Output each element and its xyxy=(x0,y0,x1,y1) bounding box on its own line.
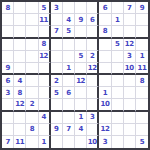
cell-r6c3[interactable] xyxy=(26,63,38,75)
cell-r10c3[interactable] xyxy=(26,112,38,124)
cell-r7c6[interactable] xyxy=(63,75,75,87)
cell-r1c2[interactable] xyxy=(14,2,26,14)
cell-r11c2[interactable] xyxy=(14,124,26,136)
cell-r5c5[interactable] xyxy=(51,51,63,63)
cell-r8c1[interactable]: 3 xyxy=(2,87,14,99)
cell-r11c8[interactable] xyxy=(87,124,99,136)
cell-r2c2[interactable] xyxy=(14,14,26,26)
cell-r3c3[interactable] xyxy=(26,26,38,38)
cell-r11c5[interactable]: 9 xyxy=(51,124,63,136)
cell-r10c11[interactable] xyxy=(124,112,136,124)
cell-r9c1[interactable] xyxy=(2,99,14,111)
cell-r4c3[interactable] xyxy=(26,39,38,51)
cell-r12c8[interactable]: 10 xyxy=(87,136,99,148)
cell-r1c9[interactable]: 6 xyxy=(99,2,111,14)
cell-r1c4[interactable]: 5 xyxy=(39,2,51,14)
cell-r12c4[interactable]: 1 xyxy=(39,136,51,148)
cell-r12c1[interactable]: 7 xyxy=(2,136,14,148)
cell-r3c12[interactable] xyxy=(136,26,148,38)
cell-r2c7[interactable]: 9 xyxy=(75,14,87,26)
cell-r10c10[interactable] xyxy=(112,112,124,124)
cell-r12c3[interactable] xyxy=(26,136,38,148)
cell-r8c4[interactable] xyxy=(39,87,51,99)
cell-r3c10[interactable] xyxy=(112,26,124,38)
cell-r5c6[interactable] xyxy=(63,51,75,63)
cell-r2c4[interactable]: 11 xyxy=(39,14,51,26)
cell-r11c4[interactable] xyxy=(39,124,51,136)
cell-r6c8[interactable]: 12 xyxy=(87,63,99,75)
cell-r3c2[interactable] xyxy=(14,26,26,38)
cell-r9c11[interactable] xyxy=(124,99,136,111)
cell-r5c4[interactable]: 12 xyxy=(39,51,51,63)
cell-r11c6[interactable]: 7 xyxy=(63,124,75,136)
cell-r8c7[interactable] xyxy=(75,87,87,99)
cell-r7c2[interactable]: 4 xyxy=(14,75,26,87)
cell-r5c8[interactable]: 2 xyxy=(87,51,99,63)
cell-r10c5[interactable] xyxy=(51,112,63,124)
cell-r4c2[interactable] xyxy=(14,39,26,51)
cell-r5c2[interactable] xyxy=(14,51,26,63)
cell-r6c2[interactable] xyxy=(14,63,26,75)
cell-r8c8[interactable] xyxy=(87,87,99,99)
cell-r9c12[interactable] xyxy=(136,99,148,111)
cell-r9c6[interactable] xyxy=(63,99,75,111)
cell-r3c6[interactable]: 5 xyxy=(63,26,75,38)
cell-r9c10[interactable] xyxy=(112,99,124,111)
cell-r4c7[interactable] xyxy=(75,39,87,51)
cell-r10c8[interactable]: 3 xyxy=(87,112,99,124)
cell-r2c10[interactable]: 1 xyxy=(112,14,124,26)
cell-r7c9[interactable] xyxy=(99,75,111,87)
cell-r5c1[interactable] xyxy=(2,51,14,63)
cell-r11c3[interactable]: 8 xyxy=(26,124,38,136)
cell-r1c1[interactable]: 8 xyxy=(2,2,14,14)
cell-r2c12[interactable] xyxy=(136,14,148,26)
cell-r12c9[interactable]: 3 xyxy=(99,136,111,148)
cell-r4c1[interactable] xyxy=(2,39,14,51)
cell-r2c11[interactable] xyxy=(124,14,136,26)
cell-r6c7[interactable] xyxy=(75,63,87,75)
cell-r2c8[interactable]: 6 xyxy=(87,14,99,26)
cell-r6c5[interactable] xyxy=(51,63,63,75)
cell-r9c4[interactable] xyxy=(39,99,51,111)
cell-r7c10[interactable] xyxy=(112,75,124,87)
cell-r1c7[interactable] xyxy=(75,2,87,14)
cell-r10c9[interactable] xyxy=(99,112,111,124)
cell-r7c1[interactable]: 6 xyxy=(2,75,14,87)
cell-r11c7[interactable]: 4 xyxy=(75,124,87,136)
cell-r4c12[interactable] xyxy=(136,39,148,51)
cell-r11c12[interactable] xyxy=(136,124,148,136)
cell-r11c1[interactable] xyxy=(2,124,14,136)
cell-r12c10[interactable] xyxy=(112,136,124,148)
cell-r1c8[interactable] xyxy=(87,2,99,14)
cell-r4c5[interactable] xyxy=(51,39,63,51)
cell-r10c6[interactable] xyxy=(63,112,75,124)
cell-r7c7[interactable]: 12 xyxy=(75,75,87,87)
cell-r1c11[interactable]: 7 xyxy=(124,2,136,14)
cell-r6c12[interactable]: 11 xyxy=(136,63,148,75)
cell-r2c1[interactable] xyxy=(2,14,14,26)
cell-r2c3[interactable] xyxy=(26,14,38,26)
cell-r3c8[interactable] xyxy=(87,26,99,38)
cell-r6c10[interactable] xyxy=(112,63,124,75)
cell-r5c3[interactable] xyxy=(26,51,38,63)
cell-r7c12[interactable]: 8 xyxy=(136,75,148,87)
cell-r10c12[interactable] xyxy=(136,112,148,124)
cell-r2c6[interactable]: 4 xyxy=(63,14,75,26)
cell-r11c11[interactable] xyxy=(124,124,136,136)
cell-r7c8[interactable] xyxy=(87,75,99,87)
cell-r7c4[interactable] xyxy=(39,75,51,87)
sudoku-board: 8536791149617588512125231911210116421283… xyxy=(0,0,150,150)
cell-r3c9[interactable]: 8 xyxy=(99,26,111,38)
cell-r7c11[interactable] xyxy=(124,75,136,87)
cell-r12c5[interactable] xyxy=(51,136,63,148)
cell-r4c4[interactable]: 8 xyxy=(39,39,51,51)
cell-r2c9[interactable] xyxy=(99,14,111,26)
cell-r2c5[interactable] xyxy=(51,14,63,26)
cell-r1c3[interactable] xyxy=(26,2,38,14)
cell-r4c9[interactable] xyxy=(99,39,111,51)
cell-r5c12[interactable]: 1 xyxy=(136,51,148,63)
cell-r5c11[interactable]: 3 xyxy=(124,51,136,63)
cell-r3c5[interactable]: 7 xyxy=(51,26,63,38)
cell-r3c7[interactable] xyxy=(75,26,87,38)
cell-r6c6[interactable]: 1 xyxy=(63,63,75,75)
cell-r8c5[interactable]: 5 xyxy=(51,87,63,99)
cell-r10c2[interactable] xyxy=(14,112,26,124)
cell-r8c6[interactable]: 6 xyxy=(63,87,75,99)
cell-r1c6[interactable] xyxy=(63,2,75,14)
cell-r8c9[interactable]: 1 xyxy=(99,87,111,99)
cell-r3c1[interactable] xyxy=(2,26,14,38)
cell-r10c1[interactable] xyxy=(2,112,14,124)
cell-r7c3[interactable] xyxy=(26,75,38,87)
cell-r1c10[interactable] xyxy=(112,2,124,14)
cell-r9c7[interactable] xyxy=(75,99,87,111)
cell-r12c6[interactable] xyxy=(63,136,75,148)
cell-r9c5[interactable] xyxy=(51,99,63,111)
cell-r5c7[interactable]: 5 xyxy=(75,51,87,63)
cell-r6c11[interactable]: 10 xyxy=(124,63,136,75)
cell-r11c9[interactable]: 12 xyxy=(99,124,111,136)
cell-r3c11[interactable] xyxy=(124,26,136,38)
cell-r10c7[interactable]: 1 xyxy=(75,112,87,124)
cell-r1c5[interactable]: 3 xyxy=(51,2,63,14)
cell-r4c11[interactable]: 12 xyxy=(124,39,136,51)
cell-r9c3[interactable]: 2 xyxy=(26,99,38,111)
cell-r4c6[interactable] xyxy=(63,39,75,51)
cell-r6c4[interactable] xyxy=(39,63,51,75)
cell-r4c8[interactable] xyxy=(87,39,99,51)
cell-r9c2[interactable]: 12 xyxy=(14,99,26,111)
cell-r12c12[interactable]: 5 xyxy=(136,136,148,148)
cell-r7c5[interactable]: 2 xyxy=(51,75,63,87)
cell-r3c4[interactable] xyxy=(39,26,51,38)
cell-r12c7[interactable] xyxy=(75,136,87,148)
cell-r6c1[interactable]: 9 xyxy=(2,63,14,75)
cell-r8c12[interactable] xyxy=(136,87,148,99)
cell-r11c10[interactable] xyxy=(112,124,124,136)
cell-r12c11[interactable] xyxy=(124,136,136,148)
cell-r5c10[interactable] xyxy=(112,51,124,63)
cell-r8c3[interactable] xyxy=(26,87,38,99)
cell-r9c8[interactable] xyxy=(87,99,99,111)
cell-r12c2[interactable]: 11 xyxy=(14,136,26,148)
cell-r5c9[interactable] xyxy=(99,51,111,63)
cell-r8c2[interactable]: 8 xyxy=(14,87,26,99)
cell-r8c11[interactable] xyxy=(124,87,136,99)
cell-r8c10[interactable] xyxy=(112,87,124,99)
cell-r4c10[interactable]: 5 xyxy=(112,39,124,51)
cell-r10c4[interactable]: 4 xyxy=(39,112,51,124)
cell-r1c12[interactable]: 9 xyxy=(136,2,148,14)
cell-r6c9[interactable] xyxy=(99,63,111,75)
cell-r9c9[interactable]: 10 xyxy=(99,99,111,111)
